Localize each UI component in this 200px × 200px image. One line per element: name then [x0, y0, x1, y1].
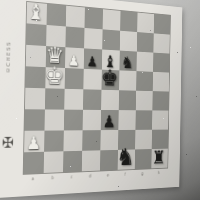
- square-e8[interactable]: [103, 9, 121, 30]
- square-e1[interactable]: [100, 150, 118, 171]
- square-d4[interactable]: [83, 89, 102, 110]
- square-c1[interactable]: [63, 151, 82, 172]
- square-c7[interactable]: [65, 26, 84, 48]
- square-e7[interactable]: [102, 29, 120, 50]
- square-b3[interactable]: [44, 109, 64, 130]
- square-c2[interactable]: [63, 130, 82, 151]
- file-label-b: b: [43, 174, 63, 181]
- file-label-d: d: [81, 172, 99, 178]
- square-h8[interactable]: [154, 14, 170, 34]
- piece-black-pawn-d6[interactable]: ♟: [83, 47, 102, 68]
- square-h4[interactable]: [152, 91, 168, 110]
- file-label-g: g: [134, 170, 151, 176]
- piece-white-bishop-a8[interactable]: ♝: [26, 1, 46, 24]
- square-d2[interactable]: [82, 130, 101, 151]
- piece-white-pawn-a2[interactable]: ♟: [23, 130, 43, 152]
- square-b8[interactable]: [47, 4, 67, 27]
- square-a7[interactable]: [26, 23, 46, 46]
- piece-black-rook-h1[interactable]: ♜: [151, 148, 167, 168]
- square-g7[interactable]: [137, 32, 154, 53]
- piece-black-knight-f1[interactable]: ♞: [117, 149, 134, 169]
- square-b4[interactable]: [45, 88, 65, 109]
- square-h3[interactable]: [152, 110, 168, 129]
- square-d5[interactable]: [83, 69, 102, 90]
- square-e4[interactable]: [101, 90, 119, 110]
- square-c3[interactable]: [64, 110, 83, 131]
- square-d7[interactable]: [84, 28, 102, 50]
- square-f4[interactable]: [119, 90, 136, 110]
- square-f5[interactable]: [119, 70, 136, 90]
- square-g5[interactable]: [136, 71, 153, 91]
- vinyl-board-mat: ♝♛♚♟♟♟♝♚♞♟♞♜ abcdefgh ©CHESS ✠: [0, 0, 182, 198]
- piece-black-pawn-e3[interactable]: ♟: [100, 109, 118, 129]
- square-g4[interactable]: [136, 91, 153, 111]
- square-g2[interactable]: [135, 130, 152, 150]
- piece-black-knight-f6[interactable]: ♞: [119, 50, 136, 71]
- square-d1[interactable]: [82, 150, 101, 171]
- square-a3[interactable]: [25, 109, 45, 131]
- square-d3[interactable]: [83, 110, 102, 131]
- file-label-f: f: [117, 171, 134, 177]
- maltese-cross-emblem: ✠: [2, 134, 14, 152]
- square-a4[interactable]: [25, 88, 45, 110]
- piece-white-king-b5[interactable]: ♚: [44, 66, 64, 88]
- square-d8[interactable]: [84, 7, 102, 29]
- file-label-h: h: [150, 169, 166, 175]
- square-g8[interactable]: [137, 13, 154, 34]
- square-e2[interactable]: [100, 130, 118, 150]
- file-label-c: c: [62, 173, 81, 180]
- brand-text: ©CHESS: [5, 41, 11, 74]
- square-f7[interactable]: [120, 31, 137, 52]
- square-h7[interactable]: [153, 33, 169, 53]
- square-c8[interactable]: [66, 6, 85, 28]
- chessboard-photo: ♝♛♚♟♟♟♝♚♞♟♞♜ abcdefgh ©CHESS ✠: [0, 0, 200, 200]
- square-g6[interactable]: [136, 52, 153, 72]
- square-g1[interactable]: [135, 149, 152, 169]
- square-b1[interactable]: [44, 151, 64, 173]
- file-label-a: a: [23, 175, 43, 182]
- file-label-e: e: [99, 172, 117, 178]
- square-b2[interactable]: [44, 130, 64, 151]
- square-h5[interactable]: [153, 72, 169, 92]
- square-a5[interactable]: [25, 66, 45, 88]
- square-a6[interactable]: [26, 45, 46, 67]
- square-f3[interactable]: [118, 110, 135, 130]
- piece-white-pawn-c6[interactable]: ♟: [64, 46, 83, 68]
- square-c5[interactable]: [65, 68, 84, 89]
- square-a1[interactable]: [24, 152, 44, 174]
- square-c4[interactable]: [64, 89, 83, 110]
- piece-black-king-e5[interactable]: ♚: [101, 69, 119, 90]
- square-h6[interactable]: [153, 53, 169, 73]
- square-g3[interactable]: [135, 110, 152, 130]
- square-f8[interactable]: [120, 11, 137, 32]
